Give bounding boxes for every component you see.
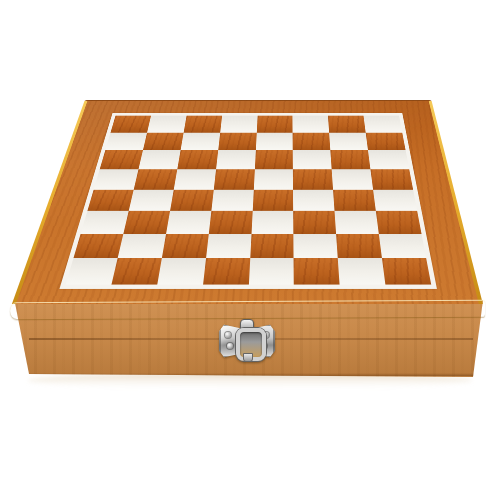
screw-icon: [227, 343, 233, 349]
chess-box-photo: [0, 0, 500, 500]
dark-square: [371, 169, 414, 189]
dark-square: [177, 150, 218, 169]
dark-square: [208, 211, 252, 234]
chessboard-grid: [66, 116, 432, 285]
light-square: [293, 189, 334, 210]
dark-square: [203, 258, 250, 284]
light-square: [66, 258, 118, 284]
dark-square: [73, 234, 123, 259]
light-square: [147, 116, 186, 133]
latch: [219, 319, 275, 361]
light-square: [332, 169, 373, 189]
light-square: [373, 189, 417, 210]
dark-square: [123, 211, 170, 234]
light-square: [94, 169, 139, 189]
light-square: [166, 211, 211, 234]
light-square: [251, 211, 294, 234]
dark-square: [213, 169, 254, 189]
light-square: [220, 116, 257, 133]
light-square: [206, 234, 251, 259]
dark-square: [293, 169, 333, 189]
dark-square: [333, 189, 376, 210]
light-square: [129, 189, 174, 210]
light-square: [293, 116, 330, 133]
light-square: [180, 132, 220, 150]
dark-square: [366, 132, 406, 150]
dark-square: [376, 211, 422, 234]
light-square: [379, 234, 426, 259]
light-square: [294, 234, 338, 259]
dark-square: [331, 150, 371, 169]
light-square: [211, 189, 253, 210]
dark-square: [111, 258, 161, 284]
lid-top-face: [12, 100, 483, 304]
light-square: [253, 169, 293, 189]
dark-square: [143, 132, 184, 150]
light-square: [157, 258, 206, 284]
dark-square: [111, 116, 151, 133]
dark-square: [183, 116, 221, 133]
light-square: [138, 150, 180, 169]
light-square: [368, 150, 409, 169]
light-square: [364, 116, 403, 133]
dark-square: [294, 258, 340, 284]
light-square: [335, 211, 379, 234]
latch-tab: [243, 353, 253, 362]
dark-square: [134, 169, 177, 189]
light-square: [255, 132, 293, 150]
light-square: [338, 258, 386, 284]
chessboard: [59, 113, 436, 289]
dark-square: [87, 189, 133, 210]
screw-icon: [225, 332, 231, 338]
light-square: [329, 132, 368, 150]
gold-trim-band: [10, 300, 485, 319]
light-square: [81, 211, 129, 234]
lid-perspective-wrap: [0, 0, 500, 500]
dark-square: [336, 234, 382, 259]
light-square: [248, 258, 294, 284]
light-square: [117, 234, 165, 259]
light-square: [293, 150, 332, 169]
dark-square: [254, 150, 293, 169]
dark-square: [250, 234, 294, 259]
dark-square: [218, 132, 256, 150]
dark-square: [170, 189, 214, 210]
dark-square: [328, 116, 366, 133]
dark-square: [293, 211, 336, 234]
dark-square: [293, 132, 331, 150]
gold-trim-right-edge: [429, 101, 483, 304]
dark-square: [256, 116, 292, 133]
dark-square: [100, 150, 143, 169]
light-square: [216, 150, 256, 169]
light-square: [105, 132, 147, 150]
dark-square: [252, 189, 293, 210]
light-square: [174, 169, 216, 189]
dark-square: [162, 234, 209, 259]
dark-square: [382, 258, 431, 284]
